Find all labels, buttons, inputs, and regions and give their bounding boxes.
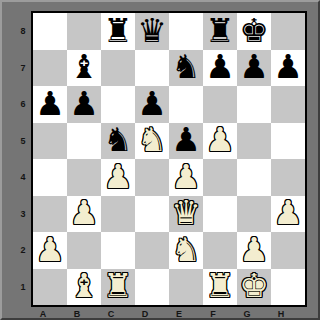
square-f1[interactable]: ♜: [203, 269, 237, 306]
black-pawn-d6: ♟: [137, 87, 167, 120]
square-e8[interactable]: [169, 13, 203, 50]
square-f2[interactable]: [203, 232, 237, 269]
black-queen-d8: ♛: [137, 14, 167, 47]
white-pawn-e4: ♟: [171, 160, 201, 193]
rank-label-5: 5: [16, 123, 30, 160]
white-pawn-f5: ♟: [205, 123, 235, 156]
square-a8[interactable]: [33, 13, 67, 50]
square-g6[interactable]: [237, 86, 271, 123]
rank-label-6: 6: [16, 86, 30, 123]
square-e2[interactable]: ♞: [169, 232, 203, 269]
square-g2[interactable]: ♟: [237, 232, 271, 269]
square-c2[interactable]: [101, 232, 135, 269]
file-label-c: C: [94, 307, 128, 320]
square-a6[interactable]: ♟: [33, 86, 67, 123]
rank-label-8: 8: [16, 13, 30, 50]
white-bishop-b1: ♝: [69, 269, 99, 302]
black-pawn-a6: ♟: [35, 87, 65, 120]
white-pawn-g2: ♟: [239, 233, 269, 266]
square-d1[interactable]: [135, 269, 169, 306]
white-pawn-c4: ♟: [103, 160, 133, 193]
chess-board: ♜♛♜♚♝♞♟♟♟♟♟♟♞♞♟♟♟♟♟♛♟♟♞♟♝♜♜♚: [31, 11, 307, 307]
square-g8[interactable]: ♚: [237, 13, 271, 50]
square-h1[interactable]: [271, 269, 305, 306]
rank-label-2: 2: [16, 232, 30, 269]
file-label-d: D: [128, 307, 162, 320]
square-c5[interactable]: ♞: [101, 123, 135, 160]
black-king-g8: ♚: [239, 14, 269, 47]
square-d2[interactable]: [135, 232, 169, 269]
square-d3[interactable]: [135, 196, 169, 233]
black-pawn-g7: ♟: [239, 50, 269, 83]
black-pawn-b6: ♟: [69, 87, 99, 120]
square-h4[interactable]: [271, 159, 305, 196]
black-rook-f8: ♜: [205, 14, 235, 47]
square-g4[interactable]: [237, 159, 271, 196]
white-rook-f1: ♜: [205, 269, 235, 302]
square-f4[interactable]: [203, 159, 237, 196]
square-h7[interactable]: ♟: [271, 50, 305, 87]
file-label-b: B: [60, 307, 94, 320]
black-pawn-e5: ♟: [171, 123, 201, 156]
black-pawn-f7: ♟: [205, 50, 235, 83]
square-d4[interactable]: [135, 159, 169, 196]
square-b2[interactable]: [67, 232, 101, 269]
square-b4[interactable]: [67, 159, 101, 196]
square-h5[interactable]: [271, 123, 305, 160]
square-d8[interactable]: ♛: [135, 13, 169, 50]
square-g3[interactable]: [237, 196, 271, 233]
white-pawn-a2: ♟: [35, 233, 65, 266]
square-h3[interactable]: ♟: [271, 196, 305, 233]
square-e7[interactable]: ♞: [169, 50, 203, 87]
black-bishop-b7: ♝: [69, 50, 99, 83]
square-e6[interactable]: [169, 86, 203, 123]
rank-label-1: 1: [16, 269, 30, 306]
square-c8[interactable]: ♜: [101, 13, 135, 50]
square-g1[interactable]: ♚: [237, 269, 271, 306]
square-c1[interactable]: ♜: [101, 269, 135, 306]
square-d5[interactable]: ♞: [135, 123, 169, 160]
white-rook-c1: ♜: [103, 269, 133, 302]
file-label-f: F: [196, 307, 230, 320]
square-a3[interactable]: [33, 196, 67, 233]
square-f8[interactable]: ♜: [203, 13, 237, 50]
black-knight-e7: ♞: [171, 50, 201, 83]
square-b5[interactable]: [67, 123, 101, 160]
square-h2[interactable]: [271, 232, 305, 269]
square-g5[interactable]: [237, 123, 271, 160]
square-c4[interactable]: ♟: [101, 159, 135, 196]
rank-label-7: 7: [16, 50, 30, 87]
square-f3[interactable]: [203, 196, 237, 233]
square-d6[interactable]: ♟: [135, 86, 169, 123]
square-a7[interactable]: [33, 50, 67, 87]
square-g7[interactable]: ♟: [237, 50, 271, 87]
square-c7[interactable]: [101, 50, 135, 87]
square-d7[interactable]: [135, 50, 169, 87]
rank-label-3: 3: [16, 196, 30, 233]
square-a4[interactable]: [33, 159, 67, 196]
white-queen-e3: ♛: [171, 196, 201, 229]
black-knight-c5: ♞: [103, 123, 133, 156]
rank-label-4: 4: [16, 159, 30, 196]
file-label-e: E: [162, 307, 196, 320]
square-c3[interactable]: [101, 196, 135, 233]
square-e4[interactable]: ♟: [169, 159, 203, 196]
white-pawn-b3: ♟: [69, 196, 99, 229]
white-king-g1: ♚: [239, 269, 269, 302]
square-e1[interactable]: [169, 269, 203, 306]
white-pawn-h3: ♟: [273, 196, 303, 229]
black-rook-c8: ♜: [103, 14, 133, 47]
square-b8[interactable]: [67, 13, 101, 50]
square-f6[interactable]: [203, 86, 237, 123]
square-e5[interactable]: ♟: [169, 123, 203, 160]
square-e3[interactable]: ♛: [169, 196, 203, 233]
file-label-g: G: [230, 307, 264, 320]
square-b7[interactable]: ♝: [67, 50, 101, 87]
rank-labels: 87654321: [16, 13, 30, 305]
board-frame: 87654321 ABCDEFGH ♜♛♜♚♝♞♟♟♟♟♟♟♞♞♟♟♟♟♟♛♟♟…: [0, 0, 320, 320]
square-f7[interactable]: ♟: [203, 50, 237, 87]
square-b6[interactable]: ♟: [67, 86, 101, 123]
square-f5[interactable]: ♟: [203, 123, 237, 160]
square-a1[interactable]: [33, 269, 67, 306]
square-b1[interactable]: ♝: [67, 269, 101, 306]
file-label-h: H: [264, 307, 298, 320]
file-label-a: A: [26, 307, 60, 320]
black-pawn-h7: ♟: [273, 50, 303, 83]
white-knight-d5: ♞: [137, 123, 167, 156]
square-a5[interactable]: [33, 123, 67, 160]
file-labels: ABCDEFGH: [33, 307, 305, 320]
white-knight-e2: ♞: [171, 233, 201, 266]
square-a2[interactable]: ♟: [33, 232, 67, 269]
square-b3[interactable]: ♟: [67, 196, 101, 233]
square-h6[interactable]: [271, 86, 305, 123]
square-c6[interactable]: [101, 86, 135, 123]
square-h8[interactable]: [271, 13, 305, 50]
